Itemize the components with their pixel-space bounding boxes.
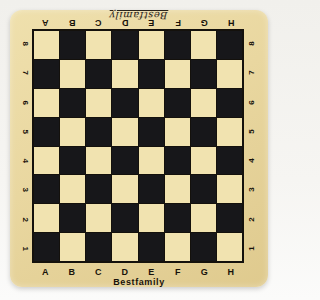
square-b1[interactable] [60, 233, 85, 261]
file-label-bottom-h: H [218, 268, 245, 277]
square-e8[interactable] [139, 31, 164, 59]
file-label-bottom-d: D [112, 268, 139, 277]
square-g2[interactable] [191, 204, 216, 232]
square-d1[interactable] [112, 233, 137, 261]
square-e4[interactable] [139, 147, 164, 175]
square-g3[interactable] [191, 175, 216, 203]
square-e7[interactable] [139, 60, 164, 88]
square-c2[interactable] [86, 204, 111, 232]
file-label-bottom-g: G [191, 268, 218, 277]
square-c7[interactable] [86, 60, 111, 88]
square-d3[interactable] [112, 175, 137, 203]
square-f2[interactable] [165, 204, 190, 232]
square-b5[interactable] [60, 118, 85, 146]
square-c6[interactable] [86, 89, 111, 117]
square-d6[interactable] [112, 89, 137, 117]
file-label-top-f: F [165, 18, 192, 27]
rank-labels-left: 87654321 [18, 29, 32, 263]
file-label-bottom-c: C [85, 268, 112, 277]
square-g7[interactable] [191, 60, 216, 88]
square-a5[interactable] [34, 118, 59, 146]
square-b4[interactable] [60, 147, 85, 175]
square-d5[interactable] [112, 118, 137, 146]
square-a6[interactable] [34, 89, 59, 117]
file-label-top-h: H [218, 18, 245, 27]
square-b2[interactable] [60, 204, 85, 232]
square-c5[interactable] [86, 118, 111, 146]
square-f8[interactable] [165, 31, 190, 59]
file-label-top-d: D [112, 18, 139, 27]
square-f7[interactable] [165, 60, 190, 88]
file-label-bottom-a: A [32, 268, 59, 277]
file-labels-top: ABCDEFGH [32, 16, 244, 28]
chess-mat: Bestfamily ABCDEFGH 87654321 87654321 AB… [10, 10, 268, 287]
rank-label-right-1: 1 [236, 246, 265, 250]
file-label-bottom-b: B [59, 268, 86, 277]
rank-label-right-4: 4 [236, 158, 265, 162]
square-f6[interactable] [165, 89, 190, 117]
rank-label-right-3: 3 [236, 188, 265, 192]
rank-label-right-8: 8 [236, 41, 265, 45]
square-e1[interactable] [139, 233, 164, 261]
square-b6[interactable] [60, 89, 85, 117]
square-f3[interactable] [165, 175, 190, 203]
square-e6[interactable] [139, 89, 164, 117]
square-b3[interactable] [60, 175, 85, 203]
file-label-bottom-f: F [165, 268, 192, 277]
square-g5[interactable] [191, 118, 216, 146]
rank-label-right-6: 6 [236, 100, 265, 104]
square-a1[interactable] [34, 233, 59, 261]
file-label-top-g: G [191, 18, 218, 27]
square-c8[interactable] [86, 31, 111, 59]
square-e2[interactable] [139, 204, 164, 232]
file-label-top-c: C [85, 18, 112, 27]
file-label-bottom-e: E [138, 268, 165, 277]
square-d7[interactable] [112, 60, 137, 88]
square-a8[interactable] [34, 31, 59, 59]
square-c4[interactable] [86, 147, 111, 175]
rank-label-right-2: 2 [236, 217, 265, 221]
square-g6[interactable] [191, 89, 216, 117]
board-grid [32, 29, 244, 263]
square-a7[interactable] [34, 60, 59, 88]
square-b8[interactable] [60, 31, 85, 59]
square-a4[interactable] [34, 147, 59, 175]
file-label-top-e: E [138, 18, 165, 27]
brand-text-bottom: Bestfamily [10, 277, 268, 287]
square-f1[interactable] [165, 233, 190, 261]
file-label-top-b: B [59, 18, 86, 27]
square-b7[interactable] [60, 60, 85, 88]
square-g1[interactable] [191, 233, 216, 261]
square-c1[interactable] [86, 233, 111, 261]
square-f5[interactable] [165, 118, 190, 146]
square-d2[interactable] [112, 204, 137, 232]
rank-label-right-7: 7 [236, 71, 265, 75]
square-e3[interactable] [139, 175, 164, 203]
square-g8[interactable] [191, 31, 216, 59]
square-a2[interactable] [34, 204, 59, 232]
file-label-top-a: A [32, 18, 59, 27]
rank-label-right-5: 5 [236, 129, 265, 133]
square-e5[interactable] [139, 118, 164, 146]
square-a3[interactable] [34, 175, 59, 203]
square-g4[interactable] [191, 147, 216, 175]
rank-labels-right: 87654321 [244, 29, 258, 263]
square-c3[interactable] [86, 175, 111, 203]
square-f4[interactable] [165, 147, 190, 175]
square-d4[interactable] [112, 147, 137, 175]
square-d8[interactable] [112, 31, 137, 59]
